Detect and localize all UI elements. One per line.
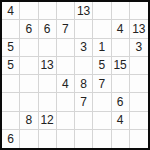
empty-cell-r6c4[interactable]: [57, 93, 75, 111]
clue-cell-r2c2: 6: [20, 20, 38, 38]
clue-cell-r8c1: 6: [2, 130, 20, 148]
empty-cell-r4c5[interactable]: [75, 57, 93, 75]
empty-cell-r8c3[interactable]: [39, 130, 57, 148]
empty-cell-r3c2[interactable]: [20, 39, 38, 57]
empty-cell-r8c8[interactable]: [130, 130, 148, 148]
clue-cell-r5c5: 8: [75, 75, 93, 93]
clue-cell-r5c4: 4: [57, 75, 75, 93]
empty-cell-r6c1[interactable]: [2, 93, 20, 111]
clue-cell-r6c7: 6: [112, 93, 130, 111]
empty-cell-r8c5[interactable]: [75, 130, 93, 148]
empty-cell-r8c6[interactable]: [93, 130, 111, 148]
empty-cell-r1c4[interactable]: [57, 2, 75, 20]
empty-cell-r1c3[interactable]: [39, 2, 57, 20]
clue-cell-r6c5: 7: [75, 93, 93, 111]
clue-cell-r2c4: 7: [57, 20, 75, 38]
empty-cell-r5c8[interactable]: [130, 75, 148, 93]
clue-cell-r2c7: 4: [112, 20, 130, 38]
empty-cell-r4c8[interactable]: [130, 57, 148, 75]
empty-cell-r8c7[interactable]: [112, 130, 130, 148]
empty-cell-r7c8[interactable]: [130, 112, 148, 130]
clue-cell-r3c1: 5: [2, 39, 20, 57]
kuromasu-board: 41366741353135135154877681246: [0, 0, 150, 150]
empty-cell-r4c4[interactable]: [57, 57, 75, 75]
empty-cell-r4c2[interactable]: [20, 57, 38, 75]
empty-cell-r1c2[interactable]: [20, 2, 38, 20]
empty-cell-r7c6[interactable]: [93, 112, 111, 130]
empty-cell-r5c1[interactable]: [2, 75, 20, 93]
empty-cell-r5c7[interactable]: [112, 75, 130, 93]
clue-cell-r3c6: 1: [93, 39, 111, 57]
empty-cell-r1c8[interactable]: [130, 2, 148, 20]
empty-cell-r2c6[interactable]: [93, 20, 111, 38]
empty-cell-r5c2[interactable]: [20, 75, 38, 93]
clue-cell-r1c1: 4: [2, 2, 20, 20]
clue-cell-r7c2: 8: [20, 112, 38, 130]
clue-cell-r2c3: 6: [39, 20, 57, 38]
clue-cell-r1c5: 13: [75, 2, 93, 20]
clue-cell-r4c3: 13: [39, 57, 57, 75]
empty-cell-r6c3[interactable]: [39, 93, 57, 111]
empty-cell-r8c4[interactable]: [57, 130, 75, 148]
empty-cell-r2c5[interactable]: [75, 20, 93, 38]
empty-cell-r7c4[interactable]: [57, 112, 75, 130]
empty-cell-r6c8[interactable]: [130, 93, 148, 111]
clue-cell-r5c6: 7: [93, 75, 111, 93]
clue-cell-r3c5: 3: [75, 39, 93, 57]
clue-cell-r3c8: 3: [130, 39, 148, 57]
clue-cell-r7c3: 12: [39, 112, 57, 130]
empty-cell-r2c1[interactable]: [2, 20, 20, 38]
empty-cell-r7c1[interactable]: [2, 112, 20, 130]
empty-cell-r3c3[interactable]: [39, 39, 57, 57]
empty-cell-r8c2[interactable]: [20, 130, 38, 148]
empty-cell-r1c7[interactable]: [112, 2, 130, 20]
empty-cell-r5c3[interactable]: [39, 75, 57, 93]
empty-cell-r6c2[interactable]: [20, 93, 38, 111]
empty-cell-r7c5[interactable]: [75, 112, 93, 130]
clue-cell-r4c6: 5: [93, 57, 111, 75]
empty-cell-r1c6[interactable]: [93, 2, 111, 20]
empty-cell-r6c6[interactable]: [93, 93, 111, 111]
clue-cell-r7c7: 4: [112, 112, 130, 130]
clue-cell-r4c7: 15: [112, 57, 130, 75]
empty-cell-r3c7[interactable]: [112, 39, 130, 57]
clue-cell-r2c8: 13: [130, 20, 148, 38]
empty-cell-r3c4[interactable]: [57, 39, 75, 57]
clue-cell-r4c1: 5: [2, 57, 20, 75]
